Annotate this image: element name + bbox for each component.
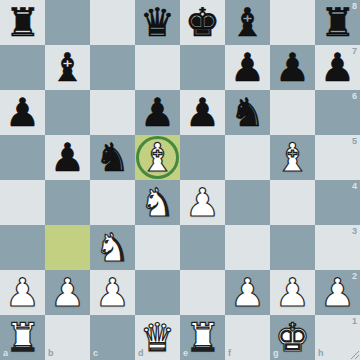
black-bishop[interactable]: ♝ [45,45,90,90]
chess-board: ♜♛♚♝♜8♝♟♟♟7♟♟♟♞6♟♞♝♝5♞♟4♞3♟♟♟♟♟♟2♜abc♛d♜… [0,0,360,360]
square-g3[interactable] [270,225,315,270]
black-pawn[interactable]: ♟ [270,45,315,90]
square-c4[interactable] [90,180,135,225]
square-a8[interactable]: ♜ [0,0,45,45]
white-pawn[interactable]: ♟ [225,270,270,315]
square-e4[interactable]: ♟ [180,180,225,225]
rank-label-4: 4 [352,182,357,191]
square-f3[interactable] [225,225,270,270]
square-e1[interactable]: ♜e [180,315,225,360]
black-queen[interactable]: ♛ [135,0,180,45]
square-d1[interactable]: ♛d [135,315,180,360]
square-e3[interactable] [180,225,225,270]
black-pawn[interactable]: ♟ [0,90,45,135]
square-b7[interactable]: ♝ [45,45,90,90]
square-f5[interactable] [225,135,270,180]
square-a4[interactable] [0,180,45,225]
square-e5[interactable] [180,135,225,180]
white-rook[interactable]: ♜ [180,315,225,360]
square-f2[interactable]: ♟ [225,270,270,315]
square-d3[interactable] [135,225,180,270]
black-pawn[interactable]: ♟ [45,135,90,180]
square-a3[interactable] [0,225,45,270]
rank-label-6: 6 [352,92,357,101]
square-b6[interactable] [45,90,90,135]
file-label-f: f [228,349,231,358]
white-pawn[interactable]: ♟ [90,270,135,315]
white-rook[interactable]: ♜ [0,315,45,360]
square-a1[interactable]: ♜a [0,315,45,360]
square-g2[interactable]: ♟ [270,270,315,315]
square-b2[interactable]: ♟ [45,270,90,315]
square-b3[interactable] [45,225,90,270]
white-bishop[interactable]: ♝ [270,135,315,180]
white-knight[interactable]: ♞ [90,225,135,270]
square-h8[interactable]: ♜8 [315,0,360,45]
square-c1[interactable]: c [90,315,135,360]
rank-label-5: 5 [352,137,357,146]
square-g6[interactable] [270,90,315,135]
black-king[interactable]: ♚ [180,0,225,45]
white-bishop[interactable]: ♝ [135,135,180,180]
rank-label-3: 3 [352,227,357,236]
square-b8[interactable] [45,0,90,45]
black-pawn[interactable]: ♟ [180,90,225,135]
square-d7[interactable] [135,45,180,90]
square-a2[interactable]: ♟ [0,270,45,315]
white-pawn[interactable]: ♟ [45,270,90,315]
square-h4[interactable]: 4 [315,180,360,225]
white-pawn[interactable]: ♟ [180,180,225,225]
square-g7[interactable]: ♟ [270,45,315,90]
square-f7[interactable]: ♟ [225,45,270,90]
square-d5[interactable]: ♝ [135,135,180,180]
file-label-h: h [318,349,324,358]
square-c6[interactable] [90,90,135,135]
white-knight[interactable]: ♞ [135,180,180,225]
square-c3[interactable]: ♞ [90,225,135,270]
black-rook[interactable]: ♜ [315,0,360,45]
white-pawn[interactable]: ♟ [270,270,315,315]
square-d2[interactable] [135,270,180,315]
square-c8[interactable] [90,0,135,45]
white-pawn[interactable]: ♟ [0,270,45,315]
square-b5[interactable]: ♟ [45,135,90,180]
square-h3[interactable]: 3 [315,225,360,270]
square-a6[interactable]: ♟ [0,90,45,135]
black-bishop[interactable]: ♝ [225,0,270,45]
square-b4[interactable] [45,180,90,225]
square-c5[interactable]: ♞ [90,135,135,180]
square-f8[interactable]: ♝ [225,0,270,45]
square-h5[interactable]: 5 [315,135,360,180]
square-g5[interactable]: ♝ [270,135,315,180]
square-g1[interactable]: ♚g [270,315,315,360]
black-knight[interactable]: ♞ [90,135,135,180]
square-e6[interactable]: ♟ [180,90,225,135]
square-f1[interactable]: f [225,315,270,360]
square-a5[interactable] [0,135,45,180]
black-rook[interactable]: ♜ [0,0,45,45]
board-resize-handle-icon[interactable] [349,349,359,359]
square-g4[interactable] [270,180,315,225]
square-b1[interactable]: b [45,315,90,360]
square-d4[interactable]: ♞ [135,180,180,225]
square-c7[interactable] [90,45,135,90]
square-f6[interactable]: ♞ [225,90,270,135]
black-pawn[interactable]: ♟ [225,45,270,90]
square-g8[interactable] [270,0,315,45]
square-c2[interactable]: ♟ [90,270,135,315]
file-label-c: c [93,349,98,358]
square-d6[interactable]: ♟ [135,90,180,135]
square-h1[interactable]: 1h [315,315,360,360]
black-pawn[interactable]: ♟ [315,45,360,90]
black-knight[interactable]: ♞ [225,90,270,135]
square-h7[interactable]: ♟7 [315,45,360,90]
white-pawn[interactable]: ♟ [315,270,360,315]
square-f4[interactable] [225,180,270,225]
file-label-b: b [48,349,54,358]
white-king[interactable]: ♚ [270,315,315,360]
black-pawn[interactable]: ♟ [135,90,180,135]
square-h2[interactable]: ♟2 [315,270,360,315]
square-e2[interactable] [180,270,225,315]
square-a7[interactable] [0,45,45,90]
square-d8[interactable]: ♛ [135,0,180,45]
square-h6[interactable]: 6 [315,90,360,135]
white-queen[interactable]: ♛ [135,315,180,360]
square-e8[interactable]: ♚ [180,0,225,45]
rank-label-1: 1 [352,317,357,326]
square-e7[interactable] [180,45,225,90]
